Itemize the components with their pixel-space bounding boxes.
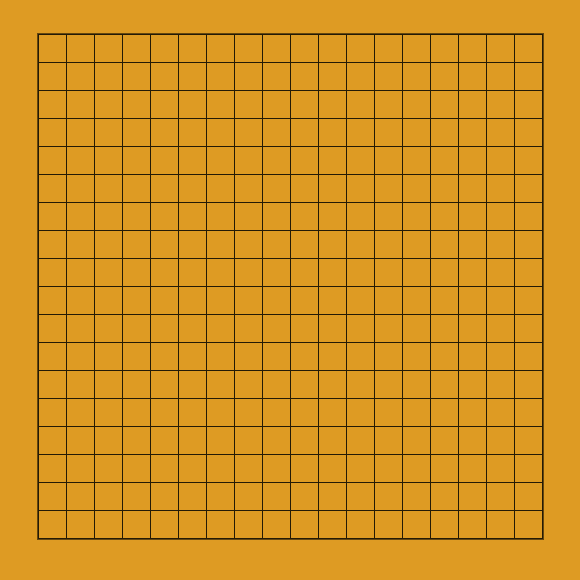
go-game-screenshot [0, 0, 580, 580]
grid-lines [38, 34, 543, 539]
go-board[interactable] [0, 0, 580, 580]
